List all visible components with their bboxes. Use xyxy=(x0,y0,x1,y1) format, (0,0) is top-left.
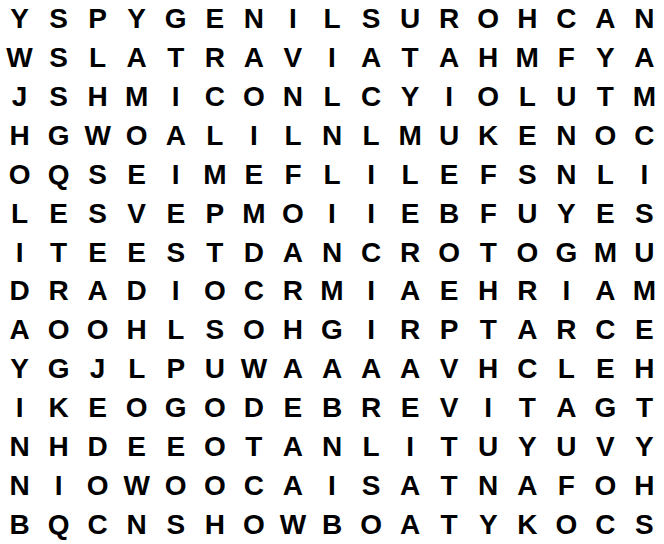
grid-cell[interactable]: F xyxy=(273,155,312,194)
grid-cell[interactable]: I xyxy=(156,78,195,117)
grid-cell[interactable]: J xyxy=(78,350,117,389)
grid-cell[interactable]: B xyxy=(0,505,39,544)
grid-cell[interactable]: S xyxy=(156,233,195,272)
grid-cell[interactable]: R xyxy=(352,389,391,428)
grid-cell[interactable]: V xyxy=(117,194,156,233)
grid-cell[interactable]: S xyxy=(39,39,78,78)
grid-cell[interactable]: A xyxy=(586,0,625,39)
grid-cell[interactable]: C xyxy=(234,272,273,311)
grid-cell[interactable]: H xyxy=(625,350,664,389)
grid-cell[interactable]: L xyxy=(352,117,391,156)
grid-cell[interactable]: R xyxy=(195,39,234,78)
grid-cell[interactable]: O xyxy=(156,466,195,505)
grid-cell[interactable]: O xyxy=(234,78,273,117)
grid-cell[interactable]: F xyxy=(547,466,586,505)
grid-cell[interactable]: C xyxy=(508,350,547,389)
grid-cell[interactable]: I xyxy=(352,311,391,350)
grid-cell[interactable]: I xyxy=(312,194,351,233)
grid-cell[interactable]: U xyxy=(469,427,508,466)
grid-cell[interactable]: V xyxy=(430,350,469,389)
grid-cell[interactable]: C xyxy=(586,505,625,544)
grid-cell[interactable]: C xyxy=(234,466,273,505)
grid-cell[interactable]: W xyxy=(234,350,273,389)
grid-cell[interactable]: C xyxy=(625,117,664,156)
grid-cell[interactable]: N xyxy=(625,0,664,39)
grid-cell[interactable]: H xyxy=(195,505,234,544)
grid-cell[interactable]: I xyxy=(312,39,351,78)
grid-cell[interactable]: O xyxy=(469,0,508,39)
word-search-grid: YSPYGENILSUROHCANWSLATRAVIATAHMFYAJSHMIC… xyxy=(0,0,664,544)
grid-cell[interactable]: H xyxy=(0,117,39,156)
grid-cell[interactable]: O xyxy=(0,155,39,194)
grid-cell[interactable]: H xyxy=(273,311,312,350)
grid-cell[interactable]: T xyxy=(430,505,469,544)
grid-cell[interactable]: U xyxy=(430,117,469,156)
grid-cell[interactable]: D xyxy=(0,272,39,311)
grid-cell[interactable]: I xyxy=(469,389,508,428)
grid-cell[interactable]: Y xyxy=(469,505,508,544)
grid-cell[interactable]: E xyxy=(39,194,78,233)
grid-cell[interactable]: A xyxy=(234,39,273,78)
grid-cell[interactable]: A xyxy=(508,311,547,350)
grid-cell[interactable]: U xyxy=(391,0,430,39)
grid-cell[interactable]: F xyxy=(469,155,508,194)
grid-cell[interactable]: H xyxy=(39,427,78,466)
grid-cell[interactable]: R xyxy=(391,233,430,272)
grid-cell[interactable]: P xyxy=(156,350,195,389)
grid-cell[interactable]: A xyxy=(0,311,39,350)
grid-cell[interactable]: A xyxy=(391,505,430,544)
grid-cell[interactable]: A xyxy=(391,466,430,505)
grid-cell[interactable]: L xyxy=(508,78,547,117)
grid-cell[interactable]: E xyxy=(273,389,312,428)
grid-cell[interactable]: O xyxy=(117,389,156,428)
grid-cell[interactable]: R xyxy=(391,311,430,350)
grid-cell[interactable]: K xyxy=(39,389,78,428)
grid-cell[interactable]: G xyxy=(312,311,351,350)
grid-cell[interactable]: L xyxy=(117,350,156,389)
grid-cell[interactable]: O xyxy=(430,233,469,272)
grid-cell[interactable]: N xyxy=(0,427,39,466)
grid-cell[interactable]: A xyxy=(273,427,312,466)
grid-cell[interactable]: E xyxy=(117,155,156,194)
grid-cell[interactable]: L xyxy=(0,194,39,233)
grid-cell[interactable]: E xyxy=(391,194,430,233)
grid-cell[interactable]: O xyxy=(39,311,78,350)
grid-cell[interactable]: S xyxy=(195,311,234,350)
grid-cell[interactable]: C xyxy=(547,0,586,39)
grid-cell[interactable]: I xyxy=(156,272,195,311)
grid-cell[interactable]: M xyxy=(312,272,351,311)
grid-cell[interactable]: I xyxy=(352,272,391,311)
grid-cell[interactable]: M xyxy=(586,233,625,272)
grid-cell[interactable]: M xyxy=(508,39,547,78)
grid-cell[interactable]: R xyxy=(547,311,586,350)
grid-cell[interactable]: S xyxy=(352,0,391,39)
grid-cell[interactable]: I xyxy=(391,427,430,466)
grid-cell[interactable]: G xyxy=(39,117,78,156)
grid-cell[interactable]: T xyxy=(586,78,625,117)
grid-cell[interactable]: W xyxy=(273,505,312,544)
grid-cell[interactable]: N xyxy=(547,155,586,194)
grid-cell[interactable]: O xyxy=(195,389,234,428)
grid-cell[interactable]: S xyxy=(625,505,664,544)
grid-cell[interactable]: G xyxy=(547,233,586,272)
grid-cell[interactable]: B xyxy=(430,194,469,233)
grid-cell[interactable]: S xyxy=(39,78,78,117)
grid-cell[interactable]: T xyxy=(430,466,469,505)
grid-cell[interactable]: A xyxy=(391,350,430,389)
grid-cell[interactable]: H xyxy=(508,0,547,39)
grid-cell[interactable]: E xyxy=(234,155,273,194)
grid-cell[interactable]: A xyxy=(117,39,156,78)
grid-cell[interactable]: N xyxy=(312,117,351,156)
grid-cell[interactable]: T xyxy=(234,427,273,466)
grid-cell[interactable]: B xyxy=(312,505,351,544)
grid-cell[interactable]: O xyxy=(469,78,508,117)
grid-cell[interactable]: W xyxy=(117,466,156,505)
grid-cell[interactable]: E xyxy=(195,0,234,39)
grid-cell[interactable]: E xyxy=(156,194,195,233)
grid-cell[interactable]: R xyxy=(273,272,312,311)
grid-cell[interactable]: W xyxy=(0,39,39,78)
grid-cell[interactable]: U xyxy=(195,350,234,389)
grid-cell[interactable]: S xyxy=(508,155,547,194)
grid-cell[interactable]: U xyxy=(547,427,586,466)
grid-cell[interactable]: D xyxy=(78,427,117,466)
grid-cell[interactable]: O xyxy=(586,466,625,505)
grid-cell[interactable]: A xyxy=(156,117,195,156)
grid-cell[interactable]: T xyxy=(156,39,195,78)
grid-cell[interactable]: Y xyxy=(547,194,586,233)
grid-cell[interactable]: Y xyxy=(0,350,39,389)
grid-cell[interactable]: E xyxy=(430,272,469,311)
grid-cell[interactable]: O xyxy=(273,194,312,233)
grid-cell[interactable]: C xyxy=(352,78,391,117)
grid-cell[interactable]: C xyxy=(78,505,117,544)
grid-cell[interactable]: V xyxy=(586,427,625,466)
grid-cell[interactable]: Y xyxy=(117,0,156,39)
grid-cell[interactable]: M xyxy=(195,155,234,194)
grid-cell[interactable]: U xyxy=(547,78,586,117)
grid-cell[interactable]: I xyxy=(39,466,78,505)
grid-cell[interactable]: T xyxy=(469,311,508,350)
grid-cell[interactable]: G xyxy=(39,350,78,389)
grid-cell[interactable]: L xyxy=(312,155,351,194)
grid-cell[interactable]: E xyxy=(117,233,156,272)
grid-cell[interactable]: S xyxy=(78,155,117,194)
grid-cell[interactable]: L xyxy=(391,155,430,194)
grid-cell[interactable]: K xyxy=(469,117,508,156)
grid-cell[interactable]: B xyxy=(312,389,351,428)
grid-cell[interactable]: M xyxy=(117,78,156,117)
grid-cell[interactable]: F xyxy=(547,39,586,78)
grid-cell[interactable]: N xyxy=(469,466,508,505)
grid-cell[interactable]: O xyxy=(547,505,586,544)
grid-cell[interactable]: A xyxy=(391,272,430,311)
grid-cell[interactable]: N xyxy=(312,427,351,466)
grid-cell[interactable]: T xyxy=(195,233,234,272)
grid-cell[interactable]: Y xyxy=(625,427,664,466)
grid-cell[interactable]: Y xyxy=(586,39,625,78)
grid-cell[interactable]: O xyxy=(586,117,625,156)
grid-cell[interactable]: L xyxy=(312,0,351,39)
grid-cell[interactable]: F xyxy=(469,194,508,233)
grid-cell[interactable]: E xyxy=(586,194,625,233)
grid-cell[interactable]: T xyxy=(391,39,430,78)
grid-cell[interactable]: O xyxy=(234,505,273,544)
grid-cell[interactable]: E xyxy=(508,117,547,156)
grid-cell[interactable]: T xyxy=(508,389,547,428)
grid-cell[interactable]: I xyxy=(273,0,312,39)
grid-cell[interactable]: H xyxy=(469,272,508,311)
grid-cell[interactable]: P xyxy=(78,0,117,39)
grid-cell[interactable]: L xyxy=(547,350,586,389)
grid-cell[interactable]: D xyxy=(117,272,156,311)
grid-cell[interactable]: O xyxy=(508,233,547,272)
grid-cell[interactable]: O xyxy=(352,505,391,544)
grid-cell[interactable]: N xyxy=(547,117,586,156)
grid-cell[interactable]: U xyxy=(508,194,547,233)
grid-cell[interactable]: L xyxy=(352,427,391,466)
grid-cell[interactable]: I xyxy=(312,466,351,505)
grid-cell[interactable]: M xyxy=(625,272,664,311)
grid-cell[interactable]: C xyxy=(195,78,234,117)
grid-cell[interactable]: T xyxy=(469,233,508,272)
grid-cell[interactable]: T xyxy=(430,427,469,466)
grid-cell[interactable]: E xyxy=(391,389,430,428)
grid-cell[interactable]: E xyxy=(586,350,625,389)
grid-cell[interactable]: S xyxy=(39,0,78,39)
grid-cell[interactable]: L xyxy=(195,117,234,156)
grid-cell[interactable]: O xyxy=(117,117,156,156)
grid-cell[interactable]: H xyxy=(469,350,508,389)
grid-cell[interactable]: A xyxy=(273,466,312,505)
grid-cell[interactable]: S xyxy=(352,466,391,505)
grid-cell[interactable]: N xyxy=(0,466,39,505)
grid-cell[interactable]: H xyxy=(117,311,156,350)
grid-cell[interactable]: L xyxy=(312,78,351,117)
grid-cell[interactable]: O xyxy=(195,466,234,505)
grid-cell[interactable]: Y xyxy=(391,78,430,117)
grid-cell[interactable]: S xyxy=(78,194,117,233)
grid-cell[interactable]: A xyxy=(273,233,312,272)
grid-cell[interactable]: V xyxy=(273,39,312,78)
grid-cell[interactable]: Y xyxy=(508,427,547,466)
grid-cell[interactable]: I xyxy=(0,389,39,428)
grid-cell[interactable]: E xyxy=(625,311,664,350)
grid-cell[interactable]: N xyxy=(117,505,156,544)
grid-cell[interactable]: A xyxy=(586,272,625,311)
grid-cell[interactable]: A xyxy=(273,350,312,389)
grid-cell[interactable]: O xyxy=(195,427,234,466)
grid-cell[interactable]: I xyxy=(430,78,469,117)
grid-cell[interactable]: D xyxy=(234,389,273,428)
grid-cell[interactable]: Q xyxy=(39,155,78,194)
grid-cell[interactable]: I xyxy=(352,155,391,194)
grid-cell[interactable]: S xyxy=(156,505,195,544)
grid-cell[interactable]: P xyxy=(430,311,469,350)
grid-cell[interactable]: L xyxy=(273,117,312,156)
grid-cell[interactable]: G xyxy=(156,389,195,428)
grid-cell[interactable]: L xyxy=(156,311,195,350)
grid-cell[interactable]: N xyxy=(234,0,273,39)
grid-cell[interactable]: A xyxy=(625,39,664,78)
grid-cell[interactable]: M xyxy=(625,78,664,117)
grid-cell[interactable]: R xyxy=(39,272,78,311)
grid-cell[interactable]: N xyxy=(273,78,312,117)
grid-cell[interactable]: C xyxy=(352,233,391,272)
grid-cell[interactable]: S xyxy=(625,194,664,233)
grid-cell[interactable]: A xyxy=(352,39,391,78)
grid-cell[interactable]: E xyxy=(78,389,117,428)
grid-cell[interactable]: M xyxy=(391,117,430,156)
grid-cell[interactable]: E xyxy=(430,155,469,194)
grid-cell[interactable]: R xyxy=(508,272,547,311)
grid-cell[interactable]: A xyxy=(547,389,586,428)
grid-cell[interactable]: H xyxy=(625,466,664,505)
grid-cell[interactable]: O xyxy=(195,272,234,311)
grid-cell[interactable]: E xyxy=(117,427,156,466)
grid-cell[interactable]: L xyxy=(586,155,625,194)
grid-cell[interactable]: P xyxy=(195,194,234,233)
grid-cell[interactable]: Y xyxy=(0,0,39,39)
grid-cell[interactable]: A xyxy=(312,350,351,389)
grid-cell[interactable]: I xyxy=(352,194,391,233)
grid-cell[interactable]: L xyxy=(78,39,117,78)
grid-cell[interactable]: G xyxy=(156,0,195,39)
grid-cell[interactable]: U xyxy=(625,233,664,272)
grid-cell[interactable]: D xyxy=(234,233,273,272)
grid-cell[interactable]: A xyxy=(508,466,547,505)
grid-cell[interactable]: M xyxy=(234,194,273,233)
grid-cell[interactable]: W xyxy=(78,117,117,156)
grid-cell[interactable]: G xyxy=(586,389,625,428)
grid-cell[interactable]: A xyxy=(78,272,117,311)
grid-cell[interactable]: N xyxy=(312,233,351,272)
grid-cell[interactable]: E xyxy=(78,233,117,272)
grid-cell[interactable]: E xyxy=(156,427,195,466)
grid-cell[interactable]: J xyxy=(0,78,39,117)
grid-cell[interactable]: O xyxy=(234,311,273,350)
grid-cell[interactable]: O xyxy=(78,311,117,350)
grid-cell[interactable]: H xyxy=(469,39,508,78)
grid-cell[interactable]: I xyxy=(625,155,664,194)
grid-cell[interactable]: I xyxy=(547,272,586,311)
grid-cell[interactable]: T xyxy=(39,233,78,272)
grid-cell[interactable]: Q xyxy=(39,505,78,544)
grid-cell[interactable]: A xyxy=(352,350,391,389)
grid-cell[interactable]: A xyxy=(430,39,469,78)
grid-cell[interactable]: K xyxy=(508,505,547,544)
grid-cell[interactable]: I xyxy=(156,155,195,194)
grid-cell[interactable]: I xyxy=(234,117,273,156)
grid-cell[interactable]: H xyxy=(78,78,117,117)
grid-cell[interactable]: T xyxy=(625,389,664,428)
grid-cell[interactable]: O xyxy=(78,466,117,505)
grid-cell[interactable]: V xyxy=(430,389,469,428)
grid-cell[interactable]: I xyxy=(0,233,39,272)
grid-cell[interactable]: C xyxy=(586,311,625,350)
grid-cell[interactable]: R xyxy=(430,0,469,39)
